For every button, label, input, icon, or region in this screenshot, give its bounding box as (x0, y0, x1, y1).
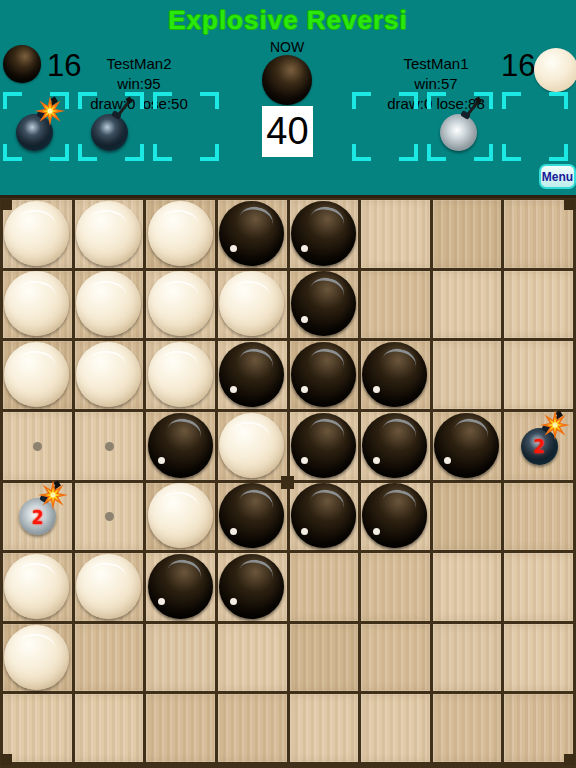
board-cell-b8[interactable] (75, 694, 144, 762)
move-hint-dot (33, 442, 42, 451)
board-cell-h5[interactable] (504, 483, 573, 551)
board-cell-h3[interactable] (504, 341, 573, 409)
board-cell-e1[interactable] (290, 200, 359, 268)
left-player-name-win: TestMan2 win:95 (84, 54, 194, 94)
bracket-corner (3, 92, 22, 109)
bracket-corner (153, 92, 172, 109)
black-disc (148, 413, 213, 478)
bracket-corner (125, 144, 144, 161)
white-disc (148, 483, 213, 548)
left-tray-slot-1[interactable] (3, 92, 69, 161)
board-corner-marker (1, 199, 12, 210)
bracket-corner (153, 144, 172, 161)
board-cell-e6[interactable] (290, 553, 359, 621)
bracket-corner (352, 144, 371, 161)
left-tray-slot-3[interactable] (153, 92, 219, 161)
black-disc (291, 201, 356, 266)
bracket-corner (78, 92, 97, 109)
board-cell-b3[interactable] (75, 341, 144, 409)
white-disc (4, 201, 69, 266)
bracket-corner (502, 92, 521, 109)
board-cell-a8[interactable] (3, 694, 72, 762)
board-cell-f8[interactable] (361, 694, 430, 762)
now-label: NOW (270, 39, 304, 55)
board-cell-f1[interactable] (361, 200, 430, 268)
spark-icon (540, 410, 570, 440)
black-bomb[interactable] (16, 114, 53, 151)
board-cell-c2[interactable] (146, 271, 215, 339)
black-disc (291, 271, 356, 336)
board-cell-d6[interactable] (218, 553, 287, 621)
board-cell-c7[interactable] (146, 624, 215, 692)
board-cell-f2[interactable] (361, 271, 430, 339)
left-player-stone-icon (3, 45, 41, 83)
black-disc (291, 342, 356, 407)
board-cell-d4[interactable] (218, 412, 287, 480)
bracket-corner (399, 144, 418, 161)
board-cell-f6[interactable] (361, 553, 430, 621)
white-bomb: 2 (19, 498, 56, 535)
board-cell-a1[interactable] (3, 200, 72, 268)
white-disc (76, 201, 141, 266)
now-player-stone-icon (262, 55, 312, 105)
board-cell-f3[interactable] (361, 341, 430, 409)
board-cell-a3[interactable] (3, 341, 72, 409)
board-cell-a6[interactable] (3, 553, 72, 621)
board-cell-g7[interactable] (433, 624, 502, 692)
board-cell-d2[interactable] (218, 271, 287, 339)
white-disc (4, 271, 69, 336)
white-disc (76, 271, 141, 336)
board-cell-h6[interactable] (504, 553, 573, 621)
board-cell-e5[interactable] (290, 483, 359, 551)
board-cell-c8[interactable] (146, 694, 215, 762)
now-indicator: NOW (247, 39, 327, 55)
black-disc (219, 483, 284, 548)
white-disc (219, 413, 284, 478)
white-disc (76, 342, 141, 407)
white-disc (4, 554, 69, 619)
white-disc (4, 625, 69, 690)
right-player-stone-icon (534, 48, 576, 92)
board-cell-a2[interactable] (3, 271, 72, 339)
black-disc (219, 201, 284, 266)
board-cell-b5[interactable] (75, 483, 144, 551)
black-disc (219, 554, 284, 619)
black-bomb: 2 (521, 428, 558, 465)
white-bomb[interactable] (440, 114, 477, 151)
white-disc (4, 342, 69, 407)
black-disc (434, 413, 499, 478)
right-tray-slot-2[interactable] (427, 92, 493, 161)
board-cell-d7[interactable] (218, 624, 287, 692)
spark-icon (35, 96, 65, 126)
board-cell-c5[interactable] (146, 483, 215, 551)
white-disc (76, 554, 141, 619)
app-window: Explosive Reversi 16 TestMan2 win:95 dra… (0, 0, 576, 768)
menu-button[interactable]: Menu (539, 164, 576, 189)
board-cell-a5[interactable]: 2 (3, 483, 72, 551)
bracket-corner (427, 144, 446, 161)
spark-icon (38, 480, 68, 510)
left-tray-slot-2[interactable] (78, 92, 144, 161)
bracket-corner (3, 144, 22, 161)
bracket-corner (549, 144, 568, 161)
black-disc (362, 342, 427, 407)
black-disc (362, 483, 427, 548)
turn-counter: 40 (262, 106, 313, 157)
board-cell-c1[interactable] (146, 200, 215, 268)
right-player-name-win: TestMan1 win:57 (380, 54, 492, 94)
bracket-corner (78, 144, 97, 161)
board-cell-g1[interactable] (433, 200, 502, 268)
right-player-score: 16 (501, 48, 535, 84)
white-disc (148, 342, 213, 407)
move-hint-dot (105, 442, 114, 451)
board-cell-b7[interactable] (75, 624, 144, 692)
bracket-corner (352, 92, 371, 109)
board-cell-g8[interactable] (433, 694, 502, 762)
move-hint-dot (105, 512, 114, 521)
game-title: Explosive Reversi (0, 5, 576, 36)
bracket-corner (50, 144, 69, 161)
board-cell-h7[interactable] (504, 624, 573, 692)
board-cell-g4[interactable] (433, 412, 502, 480)
board-cell-b1[interactable] (75, 200, 144, 268)
board-corner-marker (564, 199, 575, 210)
bracket-corner (399, 92, 418, 109)
right-tray-slot-3[interactable] (502, 92, 568, 161)
black-disc (219, 342, 284, 407)
board-cell-e7[interactable] (290, 624, 359, 692)
board-cell-f7[interactable] (361, 624, 430, 692)
board-cell-a4[interactable] (3, 412, 72, 480)
left-bomb-tray (3, 92, 219, 161)
board-cell-c6[interactable] (146, 553, 215, 621)
black-disc (291, 413, 356, 478)
left-player-score: 16 (47, 48, 81, 84)
board-corner-marker (1, 754, 12, 765)
board-cell-c3[interactable] (146, 341, 215, 409)
board-cell-h8[interactable] (504, 694, 573, 762)
bracket-corner (200, 144, 219, 161)
board-cell-c4[interactable] (146, 412, 215, 480)
bracket-corner (200, 92, 219, 109)
board-cell-b4[interactable] (75, 412, 144, 480)
black-bomb[interactable] (91, 114, 128, 151)
board: 22 (0, 195, 576, 768)
board-cell-h4[interactable]: 2 (504, 412, 573, 480)
board-corner-marker (564, 754, 575, 765)
board-cell-g2[interactable] (433, 271, 502, 339)
board-cell-h2[interactable] (504, 271, 573, 339)
board-cell-h1[interactable] (504, 200, 573, 268)
board-cell-d5[interactable] (218, 483, 287, 551)
board-cell-g6[interactable] (433, 553, 502, 621)
bracket-corner (474, 144, 493, 161)
white-disc (148, 201, 213, 266)
right-tray-slot-1[interactable] (352, 92, 418, 161)
board-cell-d8[interactable] (218, 694, 287, 762)
board-cell-b6[interactable] (75, 553, 144, 621)
menu-button-label: Menu (542, 170, 573, 184)
bracket-corner (427, 92, 446, 109)
right-bomb-tray (352, 92, 568, 161)
board-cell-g3[interactable] (433, 341, 502, 409)
board-cell-f4[interactable] (361, 412, 430, 480)
white-disc (148, 271, 213, 336)
black-disc (291, 483, 356, 548)
bracket-corner (549, 92, 568, 109)
board-center-marker (281, 476, 294, 489)
bracket-corner (502, 144, 521, 161)
board-cell-b2[interactable] (75, 271, 144, 339)
black-disc (362, 413, 427, 478)
board-cell-e4[interactable] (290, 412, 359, 480)
board-cell-a7[interactable] (3, 624, 72, 692)
black-disc (148, 554, 213, 619)
white-disc (219, 271, 284, 336)
turn-counter-value: 40 (266, 110, 308, 153)
board-cell-e2[interactable] (290, 271, 359, 339)
board-cell-e8[interactable] (290, 694, 359, 762)
board-cell-e3[interactable] (290, 341, 359, 409)
board-cell-d3[interactable] (218, 341, 287, 409)
board-cell-g5[interactable] (433, 483, 502, 551)
board-cell-d1[interactable] (218, 200, 287, 268)
board-cell-f5[interactable] (361, 483, 430, 551)
